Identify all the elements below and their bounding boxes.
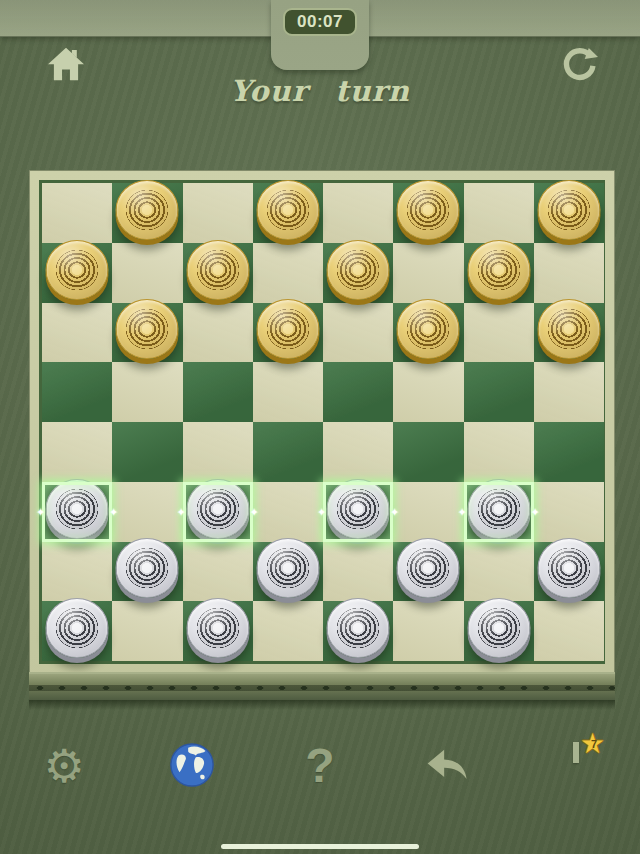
square-c5[interactable] bbox=[183, 362, 253, 422]
square-d8[interactable] bbox=[253, 183, 323, 243]
sparkle-icon: ✦ bbox=[36, 506, 45, 517]
star-badge: ★ 7 bbox=[580, 729, 610, 759]
gold-piece[interactable] bbox=[256, 299, 319, 359]
square-b3[interactable] bbox=[112, 482, 182, 542]
square-g1[interactable] bbox=[464, 601, 534, 661]
home-indicator[interactable] bbox=[221, 844, 419, 849]
silver-piece[interactable] bbox=[186, 479, 249, 539]
square-f4[interactable] bbox=[393, 422, 463, 482]
question-icon: ? bbox=[305, 742, 334, 790]
square-a5[interactable] bbox=[42, 362, 112, 422]
undo-button[interactable] bbox=[384, 733, 512, 799]
square-c3[interactable]: ✦✦ bbox=[183, 482, 253, 542]
square-g2[interactable] bbox=[464, 542, 534, 602]
square-g4[interactable] bbox=[464, 422, 534, 482]
settings-button[interactable]: ⚙ bbox=[0, 733, 128, 799]
rank-button[interactable]: ★ 7 bbox=[512, 733, 640, 799]
square-b4[interactable] bbox=[112, 422, 182, 482]
gold-piece[interactable] bbox=[467, 240, 530, 300]
square-c7[interactable] bbox=[183, 243, 253, 303]
square-e1[interactable] bbox=[323, 601, 393, 661]
square-a1[interactable] bbox=[42, 601, 112, 661]
square-h2[interactable] bbox=[534, 542, 604, 602]
gold-piece[interactable] bbox=[46, 240, 109, 300]
square-c8[interactable] bbox=[183, 183, 253, 243]
square-f8[interactable] bbox=[393, 183, 463, 243]
square-d5[interactable] bbox=[253, 362, 323, 422]
checkerboard-icon: ★ 7 bbox=[555, 745, 597, 787]
turn-status-text: Your turn bbox=[0, 74, 640, 108]
refresh-icon bbox=[560, 72, 598, 87]
square-a6[interactable] bbox=[42, 303, 112, 363]
refresh-button[interactable] bbox=[560, 46, 598, 84]
square-e2[interactable] bbox=[323, 542, 393, 602]
square-a2[interactable] bbox=[42, 542, 112, 602]
silver-piece[interactable] bbox=[537, 538, 600, 598]
silver-piece[interactable] bbox=[467, 598, 530, 658]
gold-piece[interactable] bbox=[116, 299, 179, 359]
gold-piece[interactable] bbox=[397, 299, 460, 359]
board-table-edge bbox=[29, 672, 615, 700]
square-c1[interactable] bbox=[183, 601, 253, 661]
checkers-app-screen: 00:07 Your turn ✦✦✦✦✦✦✦✦ ⚙ bbox=[0, 0, 640, 854]
square-f7[interactable] bbox=[393, 243, 463, 303]
square-g7[interactable] bbox=[464, 243, 534, 303]
square-d4[interactable] bbox=[253, 422, 323, 482]
square-h3[interactable] bbox=[534, 482, 604, 542]
checkers-board: ✦✦✦✦✦✦✦✦ bbox=[29, 170, 615, 674]
square-h7[interactable] bbox=[534, 243, 604, 303]
square-c4[interactable] bbox=[183, 422, 253, 482]
star-icon: ★ bbox=[580, 729, 605, 759]
undo-icon bbox=[425, 745, 471, 788]
square-d7[interactable] bbox=[253, 243, 323, 303]
square-e8[interactable] bbox=[323, 183, 393, 243]
square-e5[interactable] bbox=[323, 362, 393, 422]
globe-icon bbox=[169, 742, 215, 791]
game-timer: 00:07 bbox=[283, 8, 357, 36]
square-d6[interactable] bbox=[253, 303, 323, 363]
silver-piece[interactable] bbox=[256, 538, 319, 598]
square-c6[interactable] bbox=[183, 303, 253, 363]
square-b2[interactable] bbox=[112, 542, 182, 602]
square-g8[interactable] bbox=[464, 183, 534, 243]
square-b6[interactable] bbox=[112, 303, 182, 363]
timer-tab: 00:07 bbox=[271, 0, 369, 70]
board-frame: ✦✦✦✦✦✦✦✦ bbox=[39, 180, 605, 664]
gear-icon: ⚙ bbox=[43, 743, 84, 789]
square-a7[interactable] bbox=[42, 243, 112, 303]
silver-piece[interactable] bbox=[327, 479, 390, 539]
square-f1[interactable] bbox=[393, 601, 463, 661]
square-a4[interactable] bbox=[42, 422, 112, 482]
square-d2[interactable] bbox=[253, 542, 323, 602]
silver-piece[interactable] bbox=[46, 598, 109, 658]
square-h8[interactable] bbox=[534, 183, 604, 243]
square-f3[interactable] bbox=[393, 482, 463, 542]
square-b7[interactable] bbox=[112, 243, 182, 303]
board-shadow bbox=[29, 700, 615, 710]
square-f5[interactable] bbox=[393, 362, 463, 422]
square-h1[interactable] bbox=[534, 601, 604, 661]
gold-piece[interactable] bbox=[397, 180, 460, 240]
square-e6[interactable] bbox=[323, 303, 393, 363]
gold-piece[interactable] bbox=[327, 240, 390, 300]
square-e4[interactable] bbox=[323, 422, 393, 482]
square-h4[interactable] bbox=[534, 422, 604, 482]
gold-piece[interactable] bbox=[256, 180, 319, 240]
square-h6[interactable] bbox=[534, 303, 604, 363]
square-a8[interactable] bbox=[42, 183, 112, 243]
square-g3[interactable]: ✦✦ bbox=[464, 482, 534, 542]
square-g6[interactable] bbox=[464, 303, 534, 363]
square-h5[interactable] bbox=[534, 362, 604, 422]
home-button[interactable] bbox=[46, 46, 86, 82]
square-f2[interactable] bbox=[393, 542, 463, 602]
silver-piece[interactable] bbox=[467, 479, 530, 539]
square-d3[interactable] bbox=[253, 482, 323, 542]
silver-piece[interactable] bbox=[327, 598, 390, 658]
bottom-toolbar: ⚙ ? bbox=[0, 733, 640, 799]
square-a3[interactable]: ✦✦ bbox=[42, 482, 112, 542]
silver-piece[interactable] bbox=[116, 538, 179, 598]
silver-piece[interactable] bbox=[186, 598, 249, 658]
help-button[interactable]: ? bbox=[256, 733, 384, 799]
gold-piece[interactable] bbox=[186, 240, 249, 300]
square-e3[interactable]: ✦✦ bbox=[323, 482, 393, 542]
square-b1[interactable] bbox=[112, 601, 182, 661]
square-g5[interactable] bbox=[464, 362, 534, 422]
square-c2[interactable] bbox=[183, 542, 253, 602]
gold-piece[interactable] bbox=[537, 299, 600, 359]
square-e7[interactable] bbox=[323, 243, 393, 303]
silver-piece[interactable] bbox=[397, 538, 460, 598]
square-f6[interactable] bbox=[393, 303, 463, 363]
gold-piece[interactable] bbox=[537, 180, 600, 240]
silver-piece[interactable] bbox=[46, 479, 109, 539]
language-button[interactable] bbox=[128, 733, 256, 799]
square-d1[interactable] bbox=[253, 601, 323, 661]
star-badge-count: 7 bbox=[580, 738, 608, 750]
square-b5[interactable] bbox=[112, 362, 182, 422]
gold-piece[interactable] bbox=[116, 180, 179, 240]
board-grid: ✦✦✦✦✦✦✦✦ bbox=[42, 183, 604, 661]
square-b8[interactable] bbox=[112, 183, 182, 243]
home-icon bbox=[46, 70, 86, 85]
